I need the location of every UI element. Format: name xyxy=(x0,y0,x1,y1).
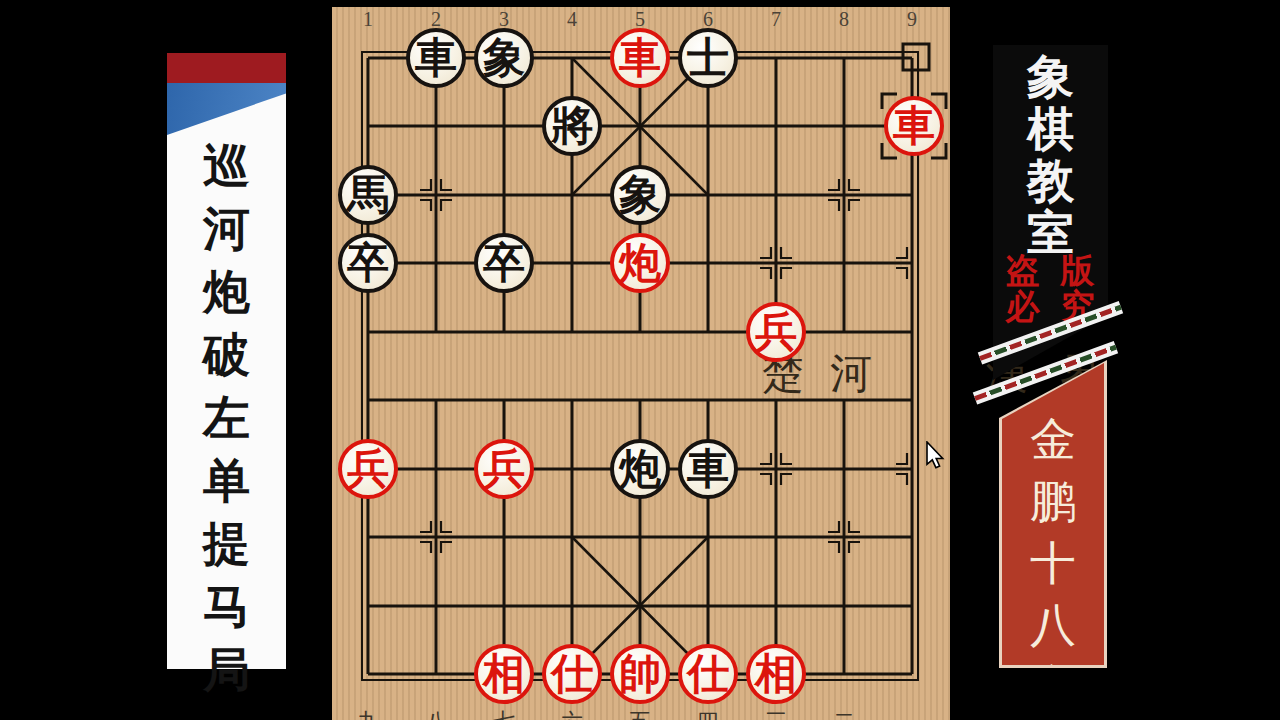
series-banner: 金鹏十八变 xyxy=(999,360,1107,668)
column-label-bottom: 八 xyxy=(423,710,449,720)
piece-red-兵[interactable]: 兵 xyxy=(338,439,398,499)
warning-char: 版 xyxy=(1061,253,1095,289)
lesson-title-char: 左 xyxy=(203,387,250,450)
lesson-title-char: 提 xyxy=(203,513,250,576)
warning-char: 盗 xyxy=(1006,253,1040,289)
series-title-char: 鹏 xyxy=(1030,471,1076,533)
column-label-top: 7 xyxy=(764,8,788,30)
piece-red-仕[interactable]: 仕 xyxy=(542,644,602,704)
column-label-top: 8 xyxy=(832,8,856,30)
column-label-bottom: 九 xyxy=(355,710,381,720)
column-label-bottom: 四 xyxy=(695,710,721,720)
video-frame: 楚河 漢界 123456789 九八七六五四三二一 車象車士將車馬象卒卒炮兵兵兵… xyxy=(0,0,1280,720)
lesson-title-char: 河 xyxy=(203,198,250,261)
column-label-bottom: 七 xyxy=(491,710,517,720)
lesson-title-char: 炮 xyxy=(203,261,250,324)
xiangqi-board[interactable]: 楚河 漢界 xyxy=(332,7,950,720)
lesson-title-char: 破 xyxy=(203,324,250,387)
channel-name-vertical: 象棋教室 xyxy=(993,51,1108,259)
piece-red-相[interactable]: 相 xyxy=(474,644,534,704)
column-label-top: 2 xyxy=(424,8,448,30)
piece-black-士[interactable]: 士 xyxy=(678,28,738,88)
channel-name-char: 教 xyxy=(1027,155,1074,207)
lesson-title-char: 局 xyxy=(203,639,250,702)
channel-name-char: 棋 xyxy=(1027,103,1074,155)
column-label-bottom: 一 xyxy=(899,710,925,720)
column-label-top: 9 xyxy=(900,8,924,30)
piece-black-車[interactable]: 車 xyxy=(406,28,466,88)
series-title-char: 八 xyxy=(1030,595,1076,657)
piece-red-車[interactable]: 車 xyxy=(884,96,944,156)
piece-black-將[interactable]: 將 xyxy=(542,96,602,156)
column-label-bottom: 二 xyxy=(831,710,857,720)
piece-black-卒[interactable]: 卒 xyxy=(474,233,534,293)
banner-blue-swoosh xyxy=(167,83,286,135)
series-banner-face: 金鹏十八变 xyxy=(1002,363,1104,665)
piece-red-兵[interactable]: 兵 xyxy=(474,439,534,499)
piece-red-車[interactable]: 車 xyxy=(610,28,670,88)
column-label-top: 4 xyxy=(560,8,584,30)
piece-black-馬[interactable]: 馬 xyxy=(338,165,398,225)
column-label-top: 6 xyxy=(696,8,720,30)
channel-name-char: 象 xyxy=(1027,51,1074,103)
column-label-top: 5 xyxy=(628,8,652,30)
series-title-char: 十 xyxy=(1030,533,1076,595)
piece-black-象[interactable]: 象 xyxy=(610,165,670,225)
piece-black-卒[interactable]: 卒 xyxy=(338,233,398,293)
column-label-top: 3 xyxy=(492,8,516,30)
piece-black-炮[interactable]: 炮 xyxy=(610,439,670,499)
piece-black-象[interactable]: 象 xyxy=(474,28,534,88)
column-label-bottom: 五 xyxy=(627,710,653,720)
left-title-banner: 巡河炮破左单提马局 xyxy=(167,53,286,669)
lesson-title-char: 单 xyxy=(203,450,250,513)
piece-red-兵[interactable]: 兵 xyxy=(746,302,806,362)
piece-red-仕[interactable]: 仕 xyxy=(678,644,738,704)
mouse-cursor-icon xyxy=(926,441,958,477)
column-label-bottom: 六 xyxy=(559,710,585,720)
column-label-bottom: 三 xyxy=(763,710,789,720)
series-title-char: 金 xyxy=(1030,409,1076,471)
piece-red-帥[interactable]: 帥 xyxy=(610,644,670,704)
lesson-title-vertical: 巡河炮破左单提马局 xyxy=(167,135,286,663)
lesson-title-char: 马 xyxy=(203,576,250,639)
piece-black-車[interactable]: 車 xyxy=(678,439,738,499)
series-title-vertical: 金鹏十八变 xyxy=(1002,409,1104,657)
lesson-title-char: 巡 xyxy=(203,135,250,198)
piece-red-炮[interactable]: 炮 xyxy=(610,233,670,293)
series-title-char: 变 xyxy=(1030,657,1076,719)
piece-red-相[interactable]: 相 xyxy=(746,644,806,704)
column-label-top: 1 xyxy=(356,8,380,30)
banner-red-stripe xyxy=(167,53,286,83)
warning-char: 必 xyxy=(1006,289,1040,325)
